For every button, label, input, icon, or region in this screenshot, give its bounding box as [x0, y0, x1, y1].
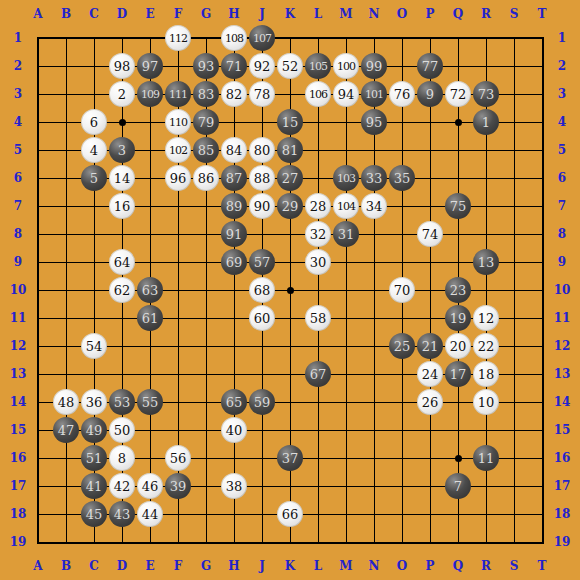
- board-point-C19[interactable]: [80, 528, 108, 556]
- board-point-T1[interactable]: [528, 24, 556, 52]
- board-point-R8[interactable]: [472, 220, 500, 248]
- board-point-H19[interactable]: [220, 528, 248, 556]
- board-point-N19[interactable]: [360, 528, 388, 556]
- board-point-C12[interactable]: 54: [80, 332, 108, 360]
- board-point-J16[interactable]: [248, 444, 276, 472]
- board-point-R17[interactable]: [472, 472, 500, 500]
- board-point-M2[interactable]: 100: [332, 52, 360, 80]
- board-point-N11[interactable]: [360, 304, 388, 332]
- board-point-A16[interactable]: [24, 444, 52, 472]
- board-point-D5[interactable]: 3: [108, 136, 136, 164]
- board-point-B7[interactable]: [52, 192, 80, 220]
- board-point-T13[interactable]: [528, 360, 556, 388]
- board-point-E12[interactable]: [136, 332, 164, 360]
- board-point-A4[interactable]: [24, 108, 52, 136]
- board-point-C2[interactable]: [80, 52, 108, 80]
- board-point-L5[interactable]: [304, 136, 332, 164]
- board-point-O16[interactable]: [388, 444, 416, 472]
- board-point-D18[interactable]: 43: [108, 500, 136, 528]
- board-point-M8[interactable]: 31: [332, 220, 360, 248]
- board-point-S8[interactable]: [500, 220, 528, 248]
- board-point-R12[interactable]: 22: [472, 332, 500, 360]
- board-point-S2[interactable]: [500, 52, 528, 80]
- board-point-R15[interactable]: [472, 416, 500, 444]
- board-point-M15[interactable]: [332, 416, 360, 444]
- board-point-J7[interactable]: 90: [248, 192, 276, 220]
- board-point-Q1[interactable]: [444, 24, 472, 52]
- board-point-O13[interactable]: [388, 360, 416, 388]
- board-point-E18[interactable]: 44: [136, 500, 164, 528]
- board-point-Q8[interactable]: [444, 220, 472, 248]
- board-point-N9[interactable]: [360, 248, 388, 276]
- board-point-P11[interactable]: [416, 304, 444, 332]
- board-point-C9[interactable]: [80, 248, 108, 276]
- board-point-C6[interactable]: 5: [80, 164, 108, 192]
- board-point-H4[interactable]: [220, 108, 248, 136]
- board-point-H2[interactable]: 71: [220, 52, 248, 80]
- board-point-L9[interactable]: 30: [304, 248, 332, 276]
- board-point-H10[interactable]: [220, 276, 248, 304]
- board-point-O12[interactable]: 25: [388, 332, 416, 360]
- board-point-P8[interactable]: 74: [416, 220, 444, 248]
- board-point-L3[interactable]: 106: [304, 80, 332, 108]
- board-point-B6[interactable]: [52, 164, 80, 192]
- board-point-C18[interactable]: 45: [80, 500, 108, 528]
- board-point-Q5[interactable]: [444, 136, 472, 164]
- board-point-G16[interactable]: [192, 444, 220, 472]
- board-point-F2[interactable]: [164, 52, 192, 80]
- board-point-B5[interactable]: [52, 136, 80, 164]
- board-point-T2[interactable]: [528, 52, 556, 80]
- board-point-K8[interactable]: [276, 220, 304, 248]
- board-point-S17[interactable]: [500, 472, 528, 500]
- board-point-D19[interactable]: [108, 528, 136, 556]
- board-point-B11[interactable]: [52, 304, 80, 332]
- board-point-H14[interactable]: 65: [220, 388, 248, 416]
- board-point-E19[interactable]: [136, 528, 164, 556]
- board-point-J1[interactable]: 107: [248, 24, 276, 52]
- board-point-J11[interactable]: 60: [248, 304, 276, 332]
- board-point-H9[interactable]: 69: [220, 248, 248, 276]
- board-point-J2[interactable]: 92: [248, 52, 276, 80]
- board-point-C10[interactable]: [80, 276, 108, 304]
- board-point-A12[interactable]: [24, 332, 52, 360]
- board-point-H5[interactable]: 84: [220, 136, 248, 164]
- board-point-D14[interactable]: 53: [108, 388, 136, 416]
- board-point-O7[interactable]: [388, 192, 416, 220]
- board-point-F4[interactable]: 110: [164, 108, 192, 136]
- board-point-L10[interactable]: [304, 276, 332, 304]
- board-point-E3[interactable]: 109: [136, 80, 164, 108]
- board-point-M3[interactable]: 94: [332, 80, 360, 108]
- board-point-N2[interactable]: 99: [360, 52, 388, 80]
- board-point-N18[interactable]: [360, 500, 388, 528]
- board-point-N15[interactable]: [360, 416, 388, 444]
- board-point-E1[interactable]: [136, 24, 164, 52]
- board-point-P13[interactable]: 24: [416, 360, 444, 388]
- board-point-T6[interactable]: [528, 164, 556, 192]
- board-point-O9[interactable]: [388, 248, 416, 276]
- board-point-S15[interactable]: [500, 416, 528, 444]
- board-point-B18[interactable]: [52, 500, 80, 528]
- board-point-C5[interactable]: 4: [80, 136, 108, 164]
- board-point-L19[interactable]: [304, 528, 332, 556]
- board-point-R19[interactable]: [472, 528, 500, 556]
- board-point-D9[interactable]: 64: [108, 248, 136, 276]
- board-point-Q10[interactable]: 23: [444, 276, 472, 304]
- board-point-N16[interactable]: [360, 444, 388, 472]
- board-point-K1[interactable]: [276, 24, 304, 52]
- board-point-P9[interactable]: [416, 248, 444, 276]
- board-point-G19[interactable]: [192, 528, 220, 556]
- board-point-K16[interactable]: 37: [276, 444, 304, 472]
- board-point-Q11[interactable]: 19: [444, 304, 472, 332]
- board-point-G9[interactable]: [192, 248, 220, 276]
- board-point-O2[interactable]: [388, 52, 416, 80]
- board-point-T8[interactable]: [528, 220, 556, 248]
- board-point-B12[interactable]: [52, 332, 80, 360]
- board-point-R11[interactable]: 12: [472, 304, 500, 332]
- board-point-G14[interactable]: [192, 388, 220, 416]
- board-point-Q4[interactable]: [444, 108, 472, 136]
- board-point-L15[interactable]: [304, 416, 332, 444]
- board-point-N5[interactable]: [360, 136, 388, 164]
- board-point-E4[interactable]: [136, 108, 164, 136]
- board-point-O8[interactable]: [388, 220, 416, 248]
- board-point-K14[interactable]: [276, 388, 304, 416]
- board-point-F3[interactable]: 111: [164, 80, 192, 108]
- board-point-S6[interactable]: [500, 164, 528, 192]
- board-point-A1[interactable]: [24, 24, 52, 52]
- board-point-O11[interactable]: [388, 304, 416, 332]
- board-point-E6[interactable]: [136, 164, 164, 192]
- board-point-P6[interactable]: [416, 164, 444, 192]
- board-point-R18[interactable]: [472, 500, 500, 528]
- board-point-H1[interactable]: 108: [220, 24, 248, 52]
- board-point-P15[interactable]: [416, 416, 444, 444]
- board-point-A13[interactable]: [24, 360, 52, 388]
- board-point-D7[interactable]: 16: [108, 192, 136, 220]
- board-point-A15[interactable]: [24, 416, 52, 444]
- board-point-T18[interactable]: [528, 500, 556, 528]
- board-point-L13[interactable]: 67: [304, 360, 332, 388]
- board-point-C11[interactable]: [80, 304, 108, 332]
- board-point-S18[interactable]: [500, 500, 528, 528]
- board-point-F14[interactable]: [164, 388, 192, 416]
- board-point-H18[interactable]: [220, 500, 248, 528]
- board-point-E8[interactable]: [136, 220, 164, 248]
- board-point-S12[interactable]: [500, 332, 528, 360]
- board-point-T5[interactable]: [528, 136, 556, 164]
- board-point-N7[interactable]: 34: [360, 192, 388, 220]
- board-point-E2[interactable]: 97: [136, 52, 164, 80]
- board-point-M14[interactable]: [332, 388, 360, 416]
- board-point-E16[interactable]: [136, 444, 164, 472]
- board-point-L17[interactable]: [304, 472, 332, 500]
- board-point-T15[interactable]: [528, 416, 556, 444]
- board-point-T7[interactable]: [528, 192, 556, 220]
- board-point-G4[interactable]: 79: [192, 108, 220, 136]
- board-point-S11[interactable]: [500, 304, 528, 332]
- board-point-B13[interactable]: [52, 360, 80, 388]
- board-point-S14[interactable]: [500, 388, 528, 416]
- board-point-G8[interactable]: [192, 220, 220, 248]
- board-point-S1[interactable]: [500, 24, 528, 52]
- board-point-G18[interactable]: [192, 500, 220, 528]
- board-point-D13[interactable]: [108, 360, 136, 388]
- board-point-Q17[interactable]: 7: [444, 472, 472, 500]
- board-point-F5[interactable]: 102: [164, 136, 192, 164]
- board-point-J14[interactable]: 59: [248, 388, 276, 416]
- board-point-M10[interactable]: [332, 276, 360, 304]
- board-point-H8[interactable]: 91: [220, 220, 248, 248]
- board-point-C17[interactable]: 41: [80, 472, 108, 500]
- board-point-J15[interactable]: [248, 416, 276, 444]
- board-point-O15[interactable]: [388, 416, 416, 444]
- board-point-B4[interactable]: [52, 108, 80, 136]
- board-point-O4[interactable]: [388, 108, 416, 136]
- board-point-O17[interactable]: [388, 472, 416, 500]
- board-point-L16[interactable]: [304, 444, 332, 472]
- board-point-F10[interactable]: [164, 276, 192, 304]
- board-point-N4[interactable]: 95: [360, 108, 388, 136]
- board-point-D2[interactable]: 98: [108, 52, 136, 80]
- board-point-J6[interactable]: 88: [248, 164, 276, 192]
- board-point-F7[interactable]: [164, 192, 192, 220]
- board-point-K5[interactable]: 81: [276, 136, 304, 164]
- board-point-D6[interactable]: 14: [108, 164, 136, 192]
- board-point-F18[interactable]: [164, 500, 192, 528]
- board-point-G12[interactable]: [192, 332, 220, 360]
- board-point-A7[interactable]: [24, 192, 52, 220]
- board-point-B8[interactable]: [52, 220, 80, 248]
- board-point-S19[interactable]: [500, 528, 528, 556]
- board-point-E14[interactable]: 55: [136, 388, 164, 416]
- board-point-O10[interactable]: 70: [388, 276, 416, 304]
- board-point-M6[interactable]: 103: [332, 164, 360, 192]
- board-point-Q6[interactable]: [444, 164, 472, 192]
- board-point-E13[interactable]: [136, 360, 164, 388]
- board-point-E9[interactable]: [136, 248, 164, 276]
- board-point-N3[interactable]: 101: [360, 80, 388, 108]
- board-point-J8[interactable]: [248, 220, 276, 248]
- board-point-P14[interactable]: 26: [416, 388, 444, 416]
- board-point-J3[interactable]: 78: [248, 80, 276, 108]
- board-point-F6[interactable]: 96: [164, 164, 192, 192]
- board-point-C16[interactable]: 51: [80, 444, 108, 472]
- board-point-A17[interactable]: [24, 472, 52, 500]
- board-point-M13[interactable]: [332, 360, 360, 388]
- board-point-Q3[interactable]: 72: [444, 80, 472, 108]
- board-point-Q16[interactable]: [444, 444, 472, 472]
- board-point-B17[interactable]: [52, 472, 80, 500]
- board-point-L1[interactable]: [304, 24, 332, 52]
- board-point-O19[interactable]: [388, 528, 416, 556]
- board-point-Q14[interactable]: [444, 388, 472, 416]
- board-point-T19[interactable]: [528, 528, 556, 556]
- board-point-Q7[interactable]: 75: [444, 192, 472, 220]
- board-point-N6[interactable]: 33: [360, 164, 388, 192]
- board-point-S16[interactable]: [500, 444, 528, 472]
- board-point-G15[interactable]: [192, 416, 220, 444]
- board-point-F16[interactable]: 56: [164, 444, 192, 472]
- board-point-M1[interactable]: [332, 24, 360, 52]
- board-point-H3[interactable]: 82: [220, 80, 248, 108]
- board-point-P5[interactable]: [416, 136, 444, 164]
- board-intersections[interactable]: 1121081079897937192521051009977210911183…: [24, 24, 556, 556]
- board-point-E7[interactable]: [136, 192, 164, 220]
- board-point-C1[interactable]: [80, 24, 108, 52]
- board-point-L18[interactable]: [304, 500, 332, 528]
- board-point-G1[interactable]: [192, 24, 220, 52]
- board-point-A3[interactable]: [24, 80, 52, 108]
- board-point-H12[interactable]: [220, 332, 248, 360]
- board-point-P18[interactable]: [416, 500, 444, 528]
- board-point-F1[interactable]: 112: [164, 24, 192, 52]
- board-point-B9[interactable]: [52, 248, 80, 276]
- board-point-K18[interactable]: 66: [276, 500, 304, 528]
- board-point-A9[interactable]: [24, 248, 52, 276]
- board-point-C13[interactable]: [80, 360, 108, 388]
- board-point-R4[interactable]: 1: [472, 108, 500, 136]
- board-point-P7[interactable]: [416, 192, 444, 220]
- board-point-P17[interactable]: [416, 472, 444, 500]
- board-point-K13[interactable]: [276, 360, 304, 388]
- board-point-F15[interactable]: [164, 416, 192, 444]
- board-point-Q13[interactable]: 17: [444, 360, 472, 388]
- board-point-P1[interactable]: [416, 24, 444, 52]
- board-point-O1[interactable]: [388, 24, 416, 52]
- board-point-R2[interactable]: [472, 52, 500, 80]
- board-point-M12[interactable]: [332, 332, 360, 360]
- board-point-O3[interactable]: 76: [388, 80, 416, 108]
- board-point-O6[interactable]: 35: [388, 164, 416, 192]
- board-point-J18[interactable]: [248, 500, 276, 528]
- board-point-M7[interactable]: 104: [332, 192, 360, 220]
- board-point-G3[interactable]: 83: [192, 80, 220, 108]
- board-point-L14[interactable]: [304, 388, 332, 416]
- board-point-H11[interactable]: [220, 304, 248, 332]
- board-point-F11[interactable]: [164, 304, 192, 332]
- board-point-R1[interactable]: [472, 24, 500, 52]
- board-point-P12[interactable]: 21: [416, 332, 444, 360]
- board-point-P16[interactable]: [416, 444, 444, 472]
- board-point-H7[interactable]: 89: [220, 192, 248, 220]
- board-point-J17[interactable]: [248, 472, 276, 500]
- board-point-D4[interactable]: [108, 108, 136, 136]
- board-point-O18[interactable]: [388, 500, 416, 528]
- board-point-D10[interactable]: 62: [108, 276, 136, 304]
- board-point-C4[interactable]: 6: [80, 108, 108, 136]
- board-point-D1[interactable]: [108, 24, 136, 52]
- board-point-K15[interactable]: [276, 416, 304, 444]
- board-point-J4[interactable]: [248, 108, 276, 136]
- board-point-N12[interactable]: [360, 332, 388, 360]
- board-point-G10[interactable]: [192, 276, 220, 304]
- board-point-F9[interactable]: [164, 248, 192, 276]
- board-point-K9[interactable]: [276, 248, 304, 276]
- board-point-M11[interactable]: [332, 304, 360, 332]
- board-point-B16[interactable]: [52, 444, 80, 472]
- board-point-E5[interactable]: [136, 136, 164, 164]
- board-point-M9[interactable]: [332, 248, 360, 276]
- board-point-T3[interactable]: [528, 80, 556, 108]
- board-point-C7[interactable]: [80, 192, 108, 220]
- board-point-D11[interactable]: [108, 304, 136, 332]
- board-point-F13[interactable]: [164, 360, 192, 388]
- board-point-E11[interactable]: 61: [136, 304, 164, 332]
- board-point-G17[interactable]: [192, 472, 220, 500]
- board-point-J19[interactable]: [248, 528, 276, 556]
- board-point-S5[interactable]: [500, 136, 528, 164]
- board-point-R13[interactable]: 18: [472, 360, 500, 388]
- board-point-E10[interactable]: 63: [136, 276, 164, 304]
- board-point-L8[interactable]: 32: [304, 220, 332, 248]
- board-point-R16[interactable]: 11: [472, 444, 500, 472]
- board-point-B1[interactable]: [52, 24, 80, 52]
- board-point-N10[interactable]: [360, 276, 388, 304]
- board-point-A2[interactable]: [24, 52, 52, 80]
- board-point-G6[interactable]: 86: [192, 164, 220, 192]
- board-point-Q2[interactable]: [444, 52, 472, 80]
- board-point-A18[interactable]: [24, 500, 52, 528]
- board-point-H13[interactable]: [220, 360, 248, 388]
- board-point-E15[interactable]: [136, 416, 164, 444]
- board-point-K17[interactable]: [276, 472, 304, 500]
- board-point-C8[interactable]: [80, 220, 108, 248]
- board-point-B14[interactable]: 48: [52, 388, 80, 416]
- board-point-B15[interactable]: 47: [52, 416, 80, 444]
- board-point-K3[interactable]: [276, 80, 304, 108]
- board-point-L6[interactable]: [304, 164, 332, 192]
- board-point-B10[interactable]: [52, 276, 80, 304]
- board-point-A6[interactable]: [24, 164, 52, 192]
- board-point-Q19[interactable]: [444, 528, 472, 556]
- board-point-R5[interactable]: [472, 136, 500, 164]
- board-point-K11[interactable]: [276, 304, 304, 332]
- board-point-P4[interactable]: [416, 108, 444, 136]
- board-point-S3[interactable]: [500, 80, 528, 108]
- board-point-S10[interactable]: [500, 276, 528, 304]
- board-point-A10[interactable]: [24, 276, 52, 304]
- board-point-O14[interactable]: [388, 388, 416, 416]
- board-point-G11[interactable]: [192, 304, 220, 332]
- board-point-Q12[interactable]: 20: [444, 332, 472, 360]
- board-point-K2[interactable]: 52: [276, 52, 304, 80]
- board-point-T16[interactable]: [528, 444, 556, 472]
- board-point-O5[interactable]: [388, 136, 416, 164]
- board-point-H6[interactable]: 87: [220, 164, 248, 192]
- board-point-B19[interactable]: [52, 528, 80, 556]
- board-point-M5[interactable]: [332, 136, 360, 164]
- board-point-B3[interactable]: [52, 80, 80, 108]
- board-point-D8[interactable]: [108, 220, 136, 248]
- board-point-M19[interactable]: [332, 528, 360, 556]
- board-point-R3[interactable]: 73: [472, 80, 500, 108]
- board-point-K6[interactable]: 27: [276, 164, 304, 192]
- board-point-H15[interactable]: 40: [220, 416, 248, 444]
- board-point-H16[interactable]: [220, 444, 248, 472]
- board-point-R9[interactable]: 13: [472, 248, 500, 276]
- board-point-M16[interactable]: [332, 444, 360, 472]
- board-point-D12[interactable]: [108, 332, 136, 360]
- board-point-M4[interactable]: [332, 108, 360, 136]
- board-point-G5[interactable]: 85: [192, 136, 220, 164]
- board-point-A19[interactable]: [24, 528, 52, 556]
- board-point-A8[interactable]: [24, 220, 52, 248]
- board-point-R10[interactable]: [472, 276, 500, 304]
- board-point-R7[interactable]: [472, 192, 500, 220]
